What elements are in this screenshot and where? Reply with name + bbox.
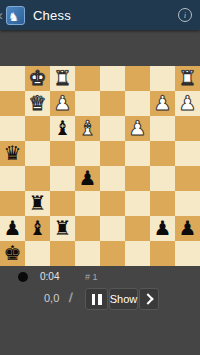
square-f7[interactable]: [125, 91, 150, 116]
piece-white-pawn: ♟: [50, 91, 75, 116]
square-a6[interactable]: [0, 116, 25, 141]
square-a3[interactable]: [0, 191, 25, 216]
square-g1[interactable]: [150, 241, 175, 266]
square-g3[interactable]: [150, 191, 175, 216]
square-b2[interactable]: ♝: [25, 216, 50, 241]
square-e5[interactable]: [100, 141, 125, 166]
piece-black-rook: ♜: [25, 191, 50, 216]
square-d1[interactable]: [75, 241, 100, 266]
square-c4[interactable]: [50, 166, 75, 191]
controls-bar: 0,0 / Show: [0, 288, 200, 312]
black-to-move-dot-icon: [18, 272, 28, 282]
pause-icon: [92, 294, 102, 305]
square-g8[interactable]: [150, 66, 175, 91]
square-f6[interactable]: ♟: [125, 116, 150, 141]
square-g6[interactable]: [150, 116, 175, 141]
piece-black-pawn: ♟: [75, 166, 100, 191]
square-e1[interactable]: [100, 241, 125, 266]
next-button[interactable]: [139, 288, 159, 310]
square-b7[interactable]: ♛: [25, 91, 50, 116]
puzzle-number: # 1: [85, 272, 98, 282]
divider-slash-icon: /: [68, 290, 73, 305]
chevron-right-icon: [142, 293, 153, 304]
status-bar: 0:04 # 1: [0, 270, 200, 286]
square-g7[interactable]: ♟: [150, 91, 175, 116]
square-f4[interactable]: [125, 166, 150, 191]
chess-board[interactable]: ♚♜♜♛♟♟♟♝♝♟♛♟♜♟♝♜♟♟♚: [0, 66, 200, 266]
square-h4[interactable]: [175, 166, 200, 191]
square-c5[interactable]: [50, 141, 75, 166]
square-f1[interactable]: [125, 241, 150, 266]
piece-black-pawn: ♟: [175, 216, 200, 241]
square-b8[interactable]: ♚: [25, 66, 50, 91]
square-g2[interactable]: ♟: [150, 216, 175, 241]
square-e2[interactable]: [100, 216, 125, 241]
piece-black-bishop: ♝: [25, 216, 50, 241]
square-c6[interactable]: ♝: [50, 116, 75, 141]
square-f5[interactable]: [125, 141, 150, 166]
piece-white-pawn: ♟: [125, 116, 150, 141]
page-title: Chess: [33, 8, 71, 23]
knight-icon: ♞: [8, 11, 19, 24]
square-d8[interactable]: [75, 66, 100, 91]
square-g4[interactable]: [150, 166, 175, 191]
square-b6[interactable]: [25, 116, 50, 141]
square-e8[interactable]: [100, 66, 125, 91]
back-chevron-icon[interactable]: ‹: [0, 0, 5, 30]
square-c7[interactable]: ♟: [50, 91, 75, 116]
square-c2[interactable]: ♜: [50, 216, 75, 241]
square-h2[interactable]: ♟: [175, 216, 200, 241]
square-d4[interactable]: ♟: [75, 166, 100, 191]
title-bar: ‹ ♞ Chess i: [0, 0, 200, 30]
piece-black-pawn: ♟: [150, 216, 175, 241]
square-h6[interactable]: [175, 116, 200, 141]
score-label: 0,0: [44, 292, 59, 304]
clock-time: 0:04: [40, 271, 59, 282]
square-f3[interactable]: [125, 191, 150, 216]
square-c8[interactable]: ♜: [50, 66, 75, 91]
square-h3[interactable]: [175, 191, 200, 216]
pause-button[interactable]: [85, 288, 108, 310]
square-e6[interactable]: [100, 116, 125, 141]
square-a7[interactable]: [0, 91, 25, 116]
show-button[interactable]: Show: [109, 288, 138, 310]
square-a5[interactable]: ♛: [0, 141, 25, 166]
square-h7[interactable]: ♟: [175, 91, 200, 116]
info-icon[interactable]: i: [178, 8, 192, 22]
piece-white-bishop: ♝: [75, 116, 100, 141]
piece-black-rook: ♜: [50, 216, 75, 241]
square-d5[interactable]: [75, 141, 100, 166]
square-a1[interactable]: ♚: [0, 241, 25, 266]
square-b3[interactable]: ♜: [25, 191, 50, 216]
square-d2[interactable]: [75, 216, 100, 241]
piece-black-bishop: ♝: [50, 116, 75, 141]
square-d6[interactable]: ♝: [75, 116, 100, 141]
square-b4[interactable]: [25, 166, 50, 191]
square-b1[interactable]: [25, 241, 50, 266]
square-b5[interactable]: [25, 141, 50, 166]
piece-white-queen: ♛: [25, 91, 50, 116]
square-e7[interactable]: [100, 91, 125, 116]
piece-black-king: ♚: [0, 241, 25, 266]
square-h8[interactable]: ♜: [175, 66, 200, 91]
square-e3[interactable]: [100, 191, 125, 216]
piece-black-queen: ♛: [0, 141, 25, 166]
piece-white-rook: ♜: [50, 66, 75, 91]
square-h5[interactable]: [175, 141, 200, 166]
square-d7[interactable]: [75, 91, 100, 116]
piece-white-pawn: ♟: [175, 91, 200, 116]
piece-white-rook: ♜: [175, 66, 200, 91]
square-a2[interactable]: ♟: [0, 216, 25, 241]
square-g5[interactable]: [150, 141, 175, 166]
app-icon: ♞: [6, 6, 25, 25]
app-screen: ‹ ♞ Chess i ♚♜♜♛♟♟♟♝♝♟♛♟♜♟♝♜♟♟♚ 0:04 # 1…: [0, 0, 200, 355]
square-f2[interactable]: [125, 216, 150, 241]
square-c3[interactable]: [50, 191, 75, 216]
square-c1[interactable]: [50, 241, 75, 266]
square-a4[interactable]: [0, 166, 25, 191]
square-e4[interactable]: [100, 166, 125, 191]
square-d3[interactable]: [75, 191, 100, 216]
piece-black-pawn: ♟: [0, 216, 25, 241]
square-h1[interactable]: [175, 241, 200, 266]
square-f8[interactable]: [125, 66, 150, 91]
piece-white-pawn: ♟: [150, 91, 175, 116]
square-a8[interactable]: [0, 66, 25, 91]
piece-white-king: ♚: [25, 66, 50, 91]
